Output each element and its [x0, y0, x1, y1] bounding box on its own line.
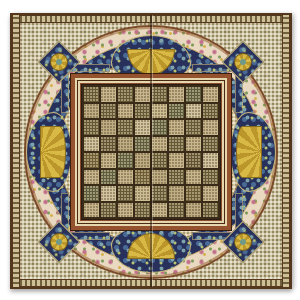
yellow-fan-medallion-left	[40, 126, 66, 178]
square-e2[interactable]	[152, 186, 167, 201]
square-c1[interactable]	[118, 203, 133, 218]
square-f4[interactable]	[169, 153, 184, 168]
square-d4[interactable]	[135, 153, 150, 168]
frame-strip-right	[282, 15, 290, 287]
square-g4[interactable]	[186, 153, 201, 168]
square-g1[interactable]	[186, 203, 201, 218]
square-a3[interactable]	[84, 170, 99, 185]
square-c4[interactable]	[118, 153, 133, 168]
square-h7[interactable]	[203, 104, 218, 119]
square-a2[interactable]	[84, 186, 99, 201]
square-f6[interactable]	[169, 120, 184, 135]
square-h5[interactable]	[203, 137, 218, 152]
square-a4[interactable]	[84, 153, 99, 168]
square-d5[interactable]	[135, 137, 150, 152]
square-d3[interactable]	[135, 170, 150, 185]
square-g6[interactable]	[186, 120, 201, 135]
square-b8[interactable]	[101, 87, 116, 102]
corner-rosette-ne-dot	[240, 59, 246, 65]
square-h4[interactable]	[203, 153, 218, 168]
corner-rosette-sw-dot	[56, 239, 62, 245]
square-c7[interactable]	[118, 104, 133, 119]
square-b3[interactable]	[101, 170, 116, 185]
square-e7[interactable]	[152, 104, 167, 119]
square-c2[interactable]	[118, 186, 133, 201]
frame-strip-left	[12, 15, 20, 287]
chess-board-photo	[10, 13, 292, 289]
square-d6[interactable]	[135, 120, 150, 135]
square-a6[interactable]	[84, 120, 99, 135]
square-g8[interactable]	[186, 87, 201, 102]
square-b2[interactable]	[101, 186, 116, 201]
square-f3[interactable]	[169, 170, 184, 185]
square-d8[interactable]	[135, 87, 150, 102]
square-f5[interactable]	[169, 137, 184, 152]
corner-rosette-nw-dot	[56, 59, 62, 65]
square-a7[interactable]	[84, 104, 99, 119]
square-h8[interactable]	[203, 87, 218, 102]
square-f2[interactable]	[169, 186, 184, 201]
square-c6[interactable]	[118, 120, 133, 135]
hinge-seam	[150, 15, 152, 287]
square-h2[interactable]	[203, 186, 218, 201]
square-h1[interactable]	[203, 203, 218, 218]
square-b6[interactable]	[101, 120, 116, 135]
square-c8[interactable]	[118, 87, 133, 102]
square-e8[interactable]	[152, 87, 167, 102]
square-e6[interactable]	[152, 120, 167, 135]
square-c3[interactable]	[118, 170, 133, 185]
square-d7[interactable]	[135, 104, 150, 119]
square-b7[interactable]	[101, 104, 116, 119]
square-e1[interactable]	[152, 203, 167, 218]
square-f7[interactable]	[169, 104, 184, 119]
square-h3[interactable]	[203, 170, 218, 185]
square-g2[interactable]	[186, 186, 201, 201]
square-b4[interactable]	[101, 153, 116, 168]
square-f1[interactable]	[169, 203, 184, 218]
square-e3[interactable]	[152, 170, 167, 185]
square-g3[interactable]	[186, 170, 201, 185]
square-e4[interactable]	[152, 153, 167, 168]
square-a5[interactable]	[84, 137, 99, 152]
square-d2[interactable]	[135, 186, 150, 201]
square-g7[interactable]	[186, 104, 201, 119]
square-b5[interactable]	[101, 137, 116, 152]
square-e5[interactable]	[152, 137, 167, 152]
square-d1[interactable]	[135, 203, 150, 218]
yellow-fan-medallion-right	[236, 126, 262, 178]
square-f8[interactable]	[169, 87, 184, 102]
square-c5[interactable]	[118, 137, 133, 152]
square-a1[interactable]	[84, 203, 99, 218]
square-h6[interactable]	[203, 120, 218, 135]
corner-rosette-se-dot	[240, 239, 246, 245]
square-g5[interactable]	[186, 137, 201, 152]
square-b1[interactable]	[101, 203, 116, 218]
square-a8[interactable]	[84, 87, 99, 102]
